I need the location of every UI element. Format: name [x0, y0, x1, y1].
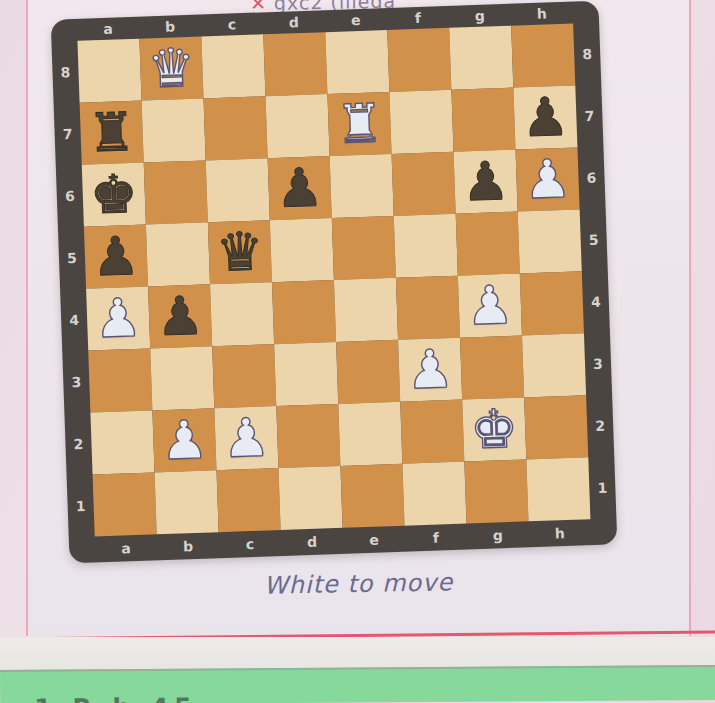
- square-f7[interactable]: [389, 90, 453, 154]
- square-e3[interactable]: [336, 340, 400, 404]
- square-a3[interactable]: [88, 348, 152, 412]
- square-e4[interactable]: [334, 278, 398, 342]
- file-label-g-bottom: g: [467, 521, 530, 549]
- rank-label-4-right: 4: [582, 270, 610, 333]
- rank-label-3-right: 3: [584, 332, 612, 395]
- rank-label-3-left: 3: [62, 351, 90, 414]
- file-label-d-top: d: [263, 10, 326, 34]
- square-a4[interactable]: ♟: [86, 286, 150, 350]
- square-b5[interactable]: [146, 222, 210, 286]
- square-f5[interactable]: [394, 214, 458, 278]
- black-queen[interactable]: ♛: [215, 220, 265, 284]
- square-h7[interactable]: ♟: [513, 85, 577, 149]
- square-g7[interactable]: [451, 88, 515, 152]
- rank-label-7-left: 7: [54, 103, 82, 166]
- square-d1[interactable]: [278, 466, 342, 530]
- square-f4[interactable]: [396, 276, 460, 340]
- square-e7[interactable]: ♜: [327, 92, 391, 156]
- square-h6[interactable]: ♟: [515, 147, 579, 211]
- square-c3[interactable]: [212, 344, 276, 408]
- square-c8[interactable]: [201, 34, 265, 98]
- rank-label-2-right: 2: [586, 394, 614, 457]
- square-a8[interactable]: [77, 39, 141, 103]
- square-b2[interactable]: ♟: [152, 408, 216, 472]
- square-d7[interactable]: [265, 94, 329, 158]
- square-g5[interactable]: [456, 212, 520, 276]
- square-e1[interactable]: [340, 464, 404, 528]
- puzzle-card: ✕gxc2 (illega aabbccddeeffgghh8877665544…: [26, 0, 691, 636]
- square-b6[interactable]: [144, 160, 208, 224]
- square-h3[interactable]: [522, 333, 586, 397]
- white-pawn[interactable]: ♟: [405, 338, 455, 402]
- square-c6[interactable]: [206, 158, 270, 222]
- white-pawn[interactable]: ♟: [93, 287, 143, 351]
- square-e6[interactable]: [330, 154, 394, 218]
- rank-label-5-right: 5: [580, 208, 608, 271]
- square-e2[interactable]: [338, 402, 402, 466]
- square-a7[interactable]: ♜: [80, 101, 144, 165]
- file-label-b-top: b: [139, 14, 202, 38]
- clipped-footer-text: 1 R b 45: [34, 693, 198, 703]
- square-e8[interactable]: [325, 30, 389, 94]
- black-pawn[interactable]: ♟: [91, 225, 141, 289]
- bottom-green-bar[interactable]: 1 R b 45: [0, 665, 715, 703]
- file-label-h-bottom: h: [528, 519, 591, 547]
- square-g6[interactable]: ♟: [454, 150, 518, 214]
- rank-label-1-right: 1: [588, 456, 616, 519]
- square-h4[interactable]: [520, 271, 584, 335]
- file-label-g-top: g: [448, 4, 511, 28]
- square-h2[interactable]: [524, 395, 588, 459]
- square-f3[interactable]: ♟: [398, 338, 462, 402]
- white-rook[interactable]: ♜: [335, 92, 385, 156]
- square-f6[interactable]: [392, 152, 456, 216]
- rank-label-1-left: 1: [67, 475, 95, 538]
- square-b3[interactable]: [150, 346, 214, 410]
- square-f2[interactable]: [400, 400, 464, 464]
- square-a6[interactable]: ♚: [82, 163, 146, 227]
- rank-label-5-left: 5: [58, 227, 86, 290]
- rank-label-6-right: 6: [577, 147, 605, 210]
- square-e5[interactable]: [332, 216, 396, 280]
- square-d8[interactable]: [263, 32, 327, 96]
- file-label-a-top: a: [77, 17, 140, 41]
- white-pawn[interactable]: ♟: [160, 409, 210, 473]
- square-g4[interactable]: ♟: [458, 274, 522, 338]
- square-g2[interactable]: ♚: [462, 397, 526, 461]
- square-d2[interactable]: [276, 404, 340, 468]
- square-f1[interactable]: [402, 462, 466, 526]
- white-queen[interactable]: ♛: [147, 37, 197, 101]
- file-label-e-top: e: [325, 8, 388, 32]
- white-pawn[interactable]: ♟: [523, 148, 573, 212]
- rank-label-7-right: 7: [575, 85, 603, 148]
- square-b8[interactable]: ♛: [139, 36, 203, 100]
- square-c4[interactable]: [210, 282, 274, 346]
- square-g1[interactable]: [464, 459, 528, 523]
- square-g3[interactable]: [460, 335, 524, 399]
- file-label-e-bottom: e: [343, 526, 406, 554]
- square-c7[interactable]: [204, 96, 268, 160]
- file-label-d-bottom: d: [281, 528, 344, 556]
- rank-label-8-left: 8: [51, 41, 79, 104]
- white-pawn[interactable]: ♟: [465, 274, 515, 338]
- file-label-f-bottom: f: [405, 524, 468, 552]
- square-h8[interactable]: [511, 23, 575, 87]
- chess-board: aabbccddeeffgghh8877665544332211♛♜♜♟♚♟♟♟…: [51, 1, 618, 564]
- turn-indicator: White to move: [28, 564, 689, 604]
- black-rook[interactable]: ♜: [87, 101, 137, 165]
- square-d6[interactable]: ♟: [268, 156, 332, 220]
- square-h1[interactable]: [526, 457, 590, 521]
- square-d4[interactable]: [272, 280, 336, 344]
- rank-label-4-left: 4: [60, 289, 88, 352]
- white-king[interactable]: ♚: [469, 398, 519, 462]
- white-pawn[interactable]: ♟: [222, 406, 272, 470]
- square-c2[interactable]: ♟: [214, 406, 278, 470]
- file-label-c-bottom: c: [219, 530, 282, 558]
- square-a5[interactable]: ♟: [84, 225, 148, 289]
- square-d5[interactable]: [270, 218, 334, 282]
- square-c5[interactable]: ♛: [208, 220, 272, 284]
- square-a1[interactable]: [93, 472, 157, 536]
- file-label-a-bottom: a: [95, 534, 158, 562]
- square-c1[interactable]: [216, 468, 280, 532]
- black-pawn[interactable]: ♟: [275, 156, 325, 220]
- file-label-h-top: h: [510, 2, 573, 26]
- square-a2[interactable]: [90, 410, 154, 474]
- black-king[interactable]: ♚: [89, 163, 139, 227]
- black-pawn[interactable]: ♟: [521, 86, 571, 150]
- square-d3[interactable]: [274, 342, 338, 406]
- square-h5[interactable]: [518, 209, 582, 273]
- black-pawn[interactable]: ♟: [461, 150, 511, 214]
- file-label-c-top: c: [201, 12, 264, 36]
- file-label-f-top: f: [386, 6, 449, 30]
- rank-label-8-right: 8: [573, 23, 601, 86]
- square-b4[interactable]: ♟: [148, 284, 212, 348]
- square-g8[interactable]: [449, 26, 513, 90]
- square-b7[interactable]: [142, 98, 206, 162]
- rank-label-6-left: 6: [56, 165, 84, 228]
- file-label-b-bottom: b: [157, 532, 220, 560]
- square-b1[interactable]: [155, 470, 219, 534]
- rank-label-2-left: 2: [64, 413, 92, 476]
- square-f8[interactable]: [387, 28, 451, 92]
- black-pawn[interactable]: ♟: [155, 285, 205, 349]
